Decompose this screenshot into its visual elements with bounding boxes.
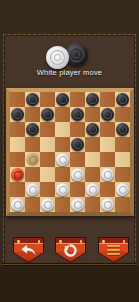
board-square[interactable] [85, 92, 100, 107]
board-square[interactable] [10, 182, 25, 197]
board-square[interactable] [25, 152, 40, 167]
board-square[interactable] [100, 107, 115, 122]
board-square[interactable] [85, 137, 100, 152]
black-piece[interactable] [11, 108, 24, 121]
black-piece[interactable] [26, 93, 39, 106]
white-piece[interactable] [71, 198, 84, 211]
board-square[interactable] [100, 182, 115, 197]
board-square[interactable] [85, 152, 100, 167]
board-square[interactable] [85, 167, 100, 182]
board-square[interactable] [40, 152, 55, 167]
board-square[interactable] [85, 107, 100, 122]
board-square[interactable] [55, 182, 70, 197]
board-square[interactable] [70, 167, 85, 182]
black-piece[interactable] [101, 108, 114, 121]
black-piece[interactable] [26, 123, 39, 136]
black-piece[interactable] [56, 93, 69, 106]
board-square[interactable] [115, 167, 130, 182]
board-grid [10, 92, 130, 212]
board-square[interactable] [25, 137, 40, 152]
white-piece[interactable] [101, 168, 114, 181]
white-checker-icon [46, 46, 69, 69]
lower-background [0, 266, 139, 302]
board-square[interactable] [100, 167, 115, 182]
board-square[interactable] [10, 92, 25, 107]
board-square[interactable] [10, 107, 25, 122]
board-square[interactable] [85, 197, 100, 212]
white-piece[interactable] [56, 153, 69, 166]
board-square[interactable] [40, 92, 55, 107]
board-square[interactable] [100, 92, 115, 107]
white-piece[interactable] [71, 168, 84, 181]
board-square[interactable] [10, 137, 25, 152]
board-square[interactable] [55, 107, 70, 122]
board-square[interactable] [10, 167, 25, 182]
restart-icon [56, 244, 85, 257]
board-square[interactable] [115, 182, 130, 197]
board-square[interactable] [40, 122, 55, 137]
board-square[interactable] [40, 137, 55, 152]
board-square[interactable] [100, 137, 115, 152]
board-square[interactable] [25, 182, 40, 197]
board-square[interactable] [40, 167, 55, 182]
white-piece[interactable] [41, 198, 54, 211]
hamburger-menu-icon [99, 244, 128, 255]
board-square[interactable] [40, 197, 55, 212]
board-square[interactable] [25, 197, 40, 212]
board-square[interactable] [10, 152, 25, 167]
board-square[interactable] [85, 122, 100, 137]
board-square[interactable] [70, 122, 85, 137]
board-square[interactable] [55, 167, 70, 182]
board-square[interactable] [70, 197, 85, 212]
white-piece[interactable] [86, 183, 99, 196]
board-square[interactable] [25, 107, 40, 122]
black-piece[interactable] [71, 108, 84, 121]
board-square[interactable] [115, 137, 130, 152]
white-piece[interactable] [101, 198, 114, 211]
board-square[interactable] [70, 92, 85, 107]
board-square[interactable] [55, 137, 70, 152]
board-square[interactable] [55, 122, 70, 137]
board-square[interactable] [40, 107, 55, 122]
black-piece[interactable] [86, 123, 99, 136]
board-square[interactable] [115, 152, 130, 167]
board-square[interactable] [25, 92, 40, 107]
board-square[interactable] [55, 92, 70, 107]
board-square[interactable] [55, 152, 70, 167]
board-square[interactable] [25, 167, 40, 182]
board-square[interactable] [115, 197, 130, 212]
board-square[interactable] [70, 182, 85, 197]
board-square[interactable] [85, 182, 100, 197]
checkers-board [6, 88, 134, 216]
board-square[interactable] [70, 152, 85, 167]
board-square[interactable] [100, 122, 115, 137]
board-square[interactable] [115, 107, 130, 122]
board-square[interactable] [10, 122, 25, 137]
board-square[interactable] [100, 152, 115, 167]
white-piece[interactable] [56, 183, 69, 196]
board-square[interactable] [115, 122, 130, 137]
undo-arrow-icon [14, 244, 43, 257]
board-square[interactable] [70, 107, 85, 122]
black-piece[interactable] [41, 108, 54, 121]
app-background: { "game": "checkers", "app": { "status_t… [0, 0, 139, 302]
board-square[interactable] [10, 197, 25, 212]
board-square[interactable] [70, 137, 85, 152]
board-square[interactable] [115, 92, 130, 107]
white-piece[interactable] [116, 183, 129, 196]
black-piece[interactable] [116, 93, 129, 106]
board-square[interactable] [100, 197, 115, 212]
turn-status-text: White player move [0, 68, 139, 77]
white-piece[interactable] [26, 183, 39, 196]
black-piece[interactable] [86, 93, 99, 106]
white-piece[interactable] [11, 198, 24, 211]
selected-piece-red[interactable] [11, 168, 24, 181]
black-piece[interactable] [71, 138, 84, 151]
black-piece[interactable] [116, 123, 129, 136]
board-square[interactable] [25, 122, 40, 137]
board-square[interactable] [55, 197, 70, 212]
board-square[interactable] [40, 182, 55, 197]
move-hint-ghost-piece[interactable] [26, 153, 39, 166]
